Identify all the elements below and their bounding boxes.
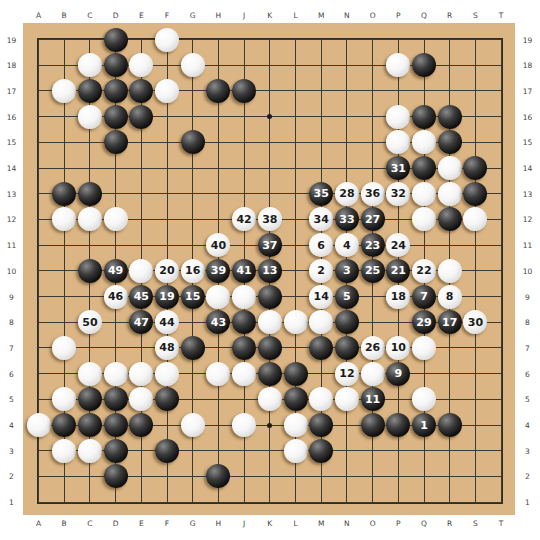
stone-J17 bbox=[232, 79, 256, 103]
move-number: 49 bbox=[108, 265, 123, 276]
stone-D17 bbox=[104, 79, 128, 103]
stone-B7 bbox=[52, 336, 76, 360]
stone-D12 bbox=[104, 207, 128, 231]
stone-K6 bbox=[258, 362, 282, 386]
move-number: 7 bbox=[420, 291, 428, 302]
stone-F10: 20 bbox=[155, 259, 179, 283]
stone-C8: 50 bbox=[78, 310, 102, 334]
coord-label-right-14: 14 bbox=[523, 164, 533, 173]
stone-Q9: 7 bbox=[412, 285, 436, 309]
stone-L4 bbox=[284, 413, 308, 437]
stone-R9: 8 bbox=[438, 285, 462, 309]
move-number: 8 bbox=[446, 291, 454, 302]
coord-label-top-B: B bbox=[62, 11, 67, 20]
stone-C6 bbox=[78, 362, 102, 386]
coord-label-left-6: 6 bbox=[9, 369, 14, 378]
coord-label-right-9: 9 bbox=[525, 292, 530, 301]
stone-M9: 14 bbox=[309, 285, 333, 309]
stone-S13 bbox=[463, 182, 487, 206]
stone-R12 bbox=[438, 207, 462, 231]
coord-label-right-15: 15 bbox=[523, 138, 533, 147]
coord-label-top-J: J bbox=[243, 11, 245, 20]
coord-label-left-8: 8 bbox=[9, 318, 14, 327]
stone-H6 bbox=[206, 362, 230, 386]
stone-O11: 23 bbox=[361, 233, 385, 257]
stone-L6 bbox=[284, 362, 308, 386]
stone-O6 bbox=[361, 362, 385, 386]
stone-Q4: 1 bbox=[412, 413, 436, 437]
stone-F7: 48 bbox=[155, 336, 179, 360]
stone-K11: 37 bbox=[258, 233, 282, 257]
stone-K9 bbox=[258, 285, 282, 309]
stone-L3 bbox=[284, 439, 308, 463]
move-number: 30 bbox=[468, 317, 483, 328]
star-point bbox=[267, 423, 272, 428]
coord-label-right-2: 2 bbox=[525, 472, 530, 481]
move-number: 1 bbox=[420, 420, 428, 431]
coord-label-top-Q: Q bbox=[421, 11, 427, 20]
move-number: 35 bbox=[314, 188, 329, 199]
stone-P6: 9 bbox=[386, 362, 410, 386]
stone-Q7 bbox=[412, 336, 436, 360]
move-number: 43 bbox=[211, 317, 226, 328]
move-number: 15 bbox=[185, 291, 200, 302]
stone-P9: 18 bbox=[386, 285, 410, 309]
coord-label-right-7: 7 bbox=[525, 343, 530, 352]
coord-label-left-9: 9 bbox=[9, 292, 14, 301]
stone-G15 bbox=[181, 130, 205, 154]
stone-N9: 5 bbox=[335, 285, 359, 309]
stone-F9: 19 bbox=[155, 285, 179, 309]
stone-R15 bbox=[438, 130, 462, 154]
stone-R10 bbox=[438, 259, 462, 283]
move-number: 36 bbox=[365, 188, 380, 199]
coord-label-right-18: 18 bbox=[523, 61, 533, 70]
stone-K7 bbox=[258, 336, 282, 360]
coord-label-top-F: F bbox=[165, 11, 169, 20]
move-number: 29 bbox=[416, 317, 431, 328]
stone-B13 bbox=[52, 182, 76, 206]
move-number: 50 bbox=[82, 317, 97, 328]
stone-N13: 28 bbox=[335, 182, 359, 206]
coord-label-top-D: D bbox=[113, 11, 119, 20]
coord-label-bottom-R: R bbox=[447, 519, 452, 528]
move-number: 28 bbox=[339, 188, 354, 199]
stone-D2 bbox=[104, 464, 128, 488]
coord-label-top-C: C bbox=[87, 11, 92, 20]
move-number: 46 bbox=[108, 291, 123, 302]
stone-Q18 bbox=[412, 53, 436, 77]
stone-F3 bbox=[155, 439, 179, 463]
coord-label-left-18: 18 bbox=[7, 61, 17, 70]
move-number: 10 bbox=[391, 342, 406, 353]
stone-Q10: 22 bbox=[412, 259, 436, 283]
coord-label-top-K: K bbox=[267, 11, 272, 20]
coord-label-right-19: 19 bbox=[523, 35, 533, 44]
coord-label-top-T: T bbox=[499, 11, 504, 20]
move-number: 34 bbox=[314, 214, 329, 225]
stone-C4 bbox=[78, 413, 102, 437]
stone-C10 bbox=[78, 259, 102, 283]
stone-D9: 46 bbox=[104, 285, 128, 309]
stone-N11: 4 bbox=[335, 233, 359, 257]
stone-Q14 bbox=[412, 156, 436, 180]
move-number: 27 bbox=[365, 214, 380, 225]
coord-label-left-12: 12 bbox=[7, 215, 17, 224]
coord-label-right-17: 17 bbox=[523, 86, 533, 95]
stone-O10: 25 bbox=[361, 259, 385, 283]
stone-R4 bbox=[438, 413, 462, 437]
move-number: 3 bbox=[343, 265, 351, 276]
stone-N10: 3 bbox=[335, 259, 359, 283]
move-number: 5 bbox=[343, 291, 351, 302]
coord-label-bottom-D: D bbox=[113, 519, 119, 528]
coord-label-left-7: 7 bbox=[9, 343, 14, 352]
stone-F17 bbox=[155, 79, 179, 103]
stone-J7 bbox=[232, 336, 256, 360]
stone-E9: 45 bbox=[129, 285, 153, 309]
coord-label-top-M: M bbox=[318, 11, 324, 20]
stone-P16 bbox=[386, 105, 410, 129]
coord-label-top-L: L bbox=[293, 11, 297, 20]
go-board[interactable]: 3135283632423834332740376423244920163941… bbox=[23, 23, 515, 515]
stone-H9 bbox=[206, 285, 230, 309]
coord-label-left-19: 19 bbox=[7, 35, 17, 44]
move-number: 38 bbox=[262, 214, 277, 225]
stone-M4 bbox=[309, 413, 333, 437]
coord-label-bottom-L: L bbox=[293, 519, 297, 528]
coord-label-left-15: 15 bbox=[7, 138, 17, 147]
move-number: 44 bbox=[159, 317, 174, 328]
stone-B4 bbox=[52, 413, 76, 437]
stone-M10: 2 bbox=[309, 259, 333, 283]
stone-O5: 11 bbox=[361, 387, 385, 411]
move-number: 26 bbox=[365, 342, 380, 353]
stone-D6 bbox=[104, 362, 128, 386]
coord-label-bottom-T: T bbox=[499, 519, 504, 528]
move-number: 17 bbox=[442, 317, 457, 328]
stone-D5 bbox=[104, 387, 128, 411]
stone-C17 bbox=[78, 79, 102, 103]
coord-label-left-2: 2 bbox=[9, 472, 14, 481]
stone-Q16 bbox=[412, 105, 436, 129]
coord-label-right-10: 10 bbox=[523, 266, 533, 275]
coord-label-left-1: 1 bbox=[9, 498, 14, 507]
move-number: 6 bbox=[317, 240, 325, 251]
coord-label-bottom-B: B bbox=[62, 519, 67, 528]
move-number: 48 bbox=[159, 342, 174, 353]
stone-J10: 41 bbox=[232, 259, 256, 283]
stone-E16 bbox=[129, 105, 153, 129]
move-number: 16 bbox=[185, 265, 200, 276]
coord-label-top-G: G bbox=[190, 11, 196, 20]
coord-label-top-P: P bbox=[396, 11, 401, 20]
coord-label-top-O: O bbox=[370, 11, 376, 20]
move-number: 2 bbox=[317, 265, 325, 276]
stone-L5 bbox=[284, 387, 308, 411]
stone-O4 bbox=[361, 413, 385, 437]
coord-label-top-S: S bbox=[473, 11, 478, 20]
move-number: 19 bbox=[159, 291, 174, 302]
coord-label-right-11: 11 bbox=[523, 241, 533, 250]
coord-label-right-3: 3 bbox=[525, 446, 530, 455]
move-number: 9 bbox=[394, 368, 402, 379]
move-number: 22 bbox=[416, 265, 431, 276]
stone-F8: 44 bbox=[155, 310, 179, 334]
coord-label-right-8: 8 bbox=[525, 318, 530, 327]
stone-M3 bbox=[309, 439, 333, 463]
stone-N7 bbox=[335, 336, 359, 360]
stone-O7: 26 bbox=[361, 336, 385, 360]
move-number: 37 bbox=[262, 240, 277, 251]
move-number: 13 bbox=[262, 265, 277, 276]
stone-N8 bbox=[335, 310, 359, 334]
move-number: 18 bbox=[391, 291, 406, 302]
coord-label-left-5: 5 bbox=[9, 395, 14, 404]
stone-M13: 35 bbox=[309, 182, 333, 206]
coord-label-bottom-F: F bbox=[165, 519, 169, 528]
coord-label-left-11: 11 bbox=[7, 241, 17, 250]
go-diagram-page: 3135283632423834332740376423244920163941… bbox=[0, 0, 540, 540]
coord-label-bottom-J: J bbox=[243, 519, 245, 528]
move-number: 40 bbox=[211, 240, 226, 251]
move-number: 12 bbox=[339, 368, 354, 379]
stone-E10 bbox=[129, 259, 153, 283]
stone-C18 bbox=[78, 53, 102, 77]
stone-R16 bbox=[438, 105, 462, 129]
move-number: 20 bbox=[159, 265, 174, 276]
stone-C3 bbox=[78, 439, 102, 463]
stone-F19 bbox=[155, 28, 179, 52]
stone-C16 bbox=[78, 105, 102, 129]
coord-label-bottom-P: P bbox=[396, 519, 401, 528]
stone-B3 bbox=[52, 439, 76, 463]
coord-label-bottom-M: M bbox=[318, 519, 324, 528]
coord-label-right-1: 1 bbox=[525, 498, 530, 507]
stone-K10: 13 bbox=[258, 259, 282, 283]
stone-D10: 49 bbox=[104, 259, 128, 283]
stone-G4 bbox=[181, 413, 205, 437]
coord-label-top-N: N bbox=[344, 11, 350, 20]
stone-D19 bbox=[104, 28, 128, 52]
stone-R14 bbox=[438, 156, 462, 180]
coord-label-left-14: 14 bbox=[7, 164, 17, 173]
move-number: 23 bbox=[365, 240, 380, 251]
coord-label-left-16: 16 bbox=[7, 112, 17, 121]
coord-label-bottom-C: C bbox=[87, 519, 92, 528]
coord-label-right-16: 16 bbox=[523, 112, 533, 121]
stone-M7 bbox=[309, 336, 333, 360]
move-number: 31 bbox=[391, 163, 406, 174]
stone-A4 bbox=[27, 413, 51, 437]
coord-label-bottom-A: A bbox=[36, 519, 41, 528]
coord-label-left-3: 3 bbox=[9, 446, 14, 455]
coord-label-bottom-G: G bbox=[190, 519, 196, 528]
move-number: 25 bbox=[365, 265, 380, 276]
stone-J4 bbox=[232, 413, 256, 437]
stone-F6 bbox=[155, 362, 179, 386]
coord-label-bottom-E: E bbox=[139, 519, 144, 528]
coord-label-left-4: 4 bbox=[9, 421, 14, 430]
stone-P10: 21 bbox=[386, 259, 410, 283]
stone-B17 bbox=[52, 79, 76, 103]
coord-label-right-6: 6 bbox=[525, 369, 530, 378]
stone-D16 bbox=[104, 105, 128, 129]
stone-L8 bbox=[284, 310, 308, 334]
move-number: 24 bbox=[391, 240, 406, 251]
coord-label-bottom-Q: Q bbox=[421, 519, 427, 528]
stone-J6 bbox=[232, 362, 256, 386]
stone-Q13 bbox=[412, 182, 436, 206]
stone-D3 bbox=[104, 439, 128, 463]
stone-G9: 15 bbox=[181, 285, 205, 309]
move-number: 39 bbox=[211, 265, 226, 276]
stone-P13: 32 bbox=[386, 182, 410, 206]
stone-G7 bbox=[181, 336, 205, 360]
stone-E6 bbox=[129, 362, 153, 386]
stone-R13 bbox=[438, 182, 462, 206]
coord-label-bottom-S: S bbox=[473, 519, 478, 528]
stone-K5 bbox=[258, 387, 282, 411]
coord-label-right-4: 4 bbox=[525, 421, 530, 430]
move-number: 11 bbox=[365, 394, 380, 405]
coord-label-right-13: 13 bbox=[523, 189, 533, 198]
coord-label-bottom-K: K bbox=[267, 519, 272, 528]
stone-D4 bbox=[104, 413, 128, 437]
move-number: 4 bbox=[343, 240, 351, 251]
coord-label-left-17: 17 bbox=[7, 86, 17, 95]
coord-label-top-H: H bbox=[216, 11, 222, 20]
move-number: 42 bbox=[236, 214, 251, 225]
stone-D18 bbox=[104, 53, 128, 77]
stone-K8 bbox=[258, 310, 282, 334]
coord-label-right-5: 5 bbox=[525, 395, 530, 404]
stone-Q8: 29 bbox=[412, 310, 436, 334]
stone-N6: 12 bbox=[335, 362, 359, 386]
coord-label-right-12: 12 bbox=[523, 215, 533, 224]
move-number: 21 bbox=[391, 265, 406, 276]
move-number: 47 bbox=[134, 317, 149, 328]
coord-label-top-E: E bbox=[139, 11, 144, 20]
move-number: 45 bbox=[134, 291, 149, 302]
stone-G18 bbox=[181, 53, 205, 77]
move-number: 32 bbox=[391, 188, 406, 199]
coord-label-bottom-N: N bbox=[344, 519, 350, 528]
coord-label-left-10: 10 bbox=[7, 266, 17, 275]
stone-O12: 27 bbox=[361, 207, 385, 231]
stone-D15 bbox=[104, 130, 128, 154]
move-number: 33 bbox=[339, 214, 354, 225]
coord-label-top-R: R bbox=[447, 11, 452, 20]
stone-R8: 17 bbox=[438, 310, 462, 334]
move-number: 14 bbox=[314, 291, 329, 302]
stone-G10: 16 bbox=[181, 259, 205, 283]
stone-C13 bbox=[78, 182, 102, 206]
coord-label-top-A: A bbox=[36, 11, 41, 20]
stone-J9 bbox=[232, 285, 256, 309]
coord-label-bottom-H: H bbox=[216, 519, 222, 528]
stone-O13: 36 bbox=[361, 182, 385, 206]
move-number: 41 bbox=[236, 265, 251, 276]
coord-label-left-13: 13 bbox=[7, 189, 17, 198]
coord-label-bottom-O: O bbox=[370, 519, 376, 528]
